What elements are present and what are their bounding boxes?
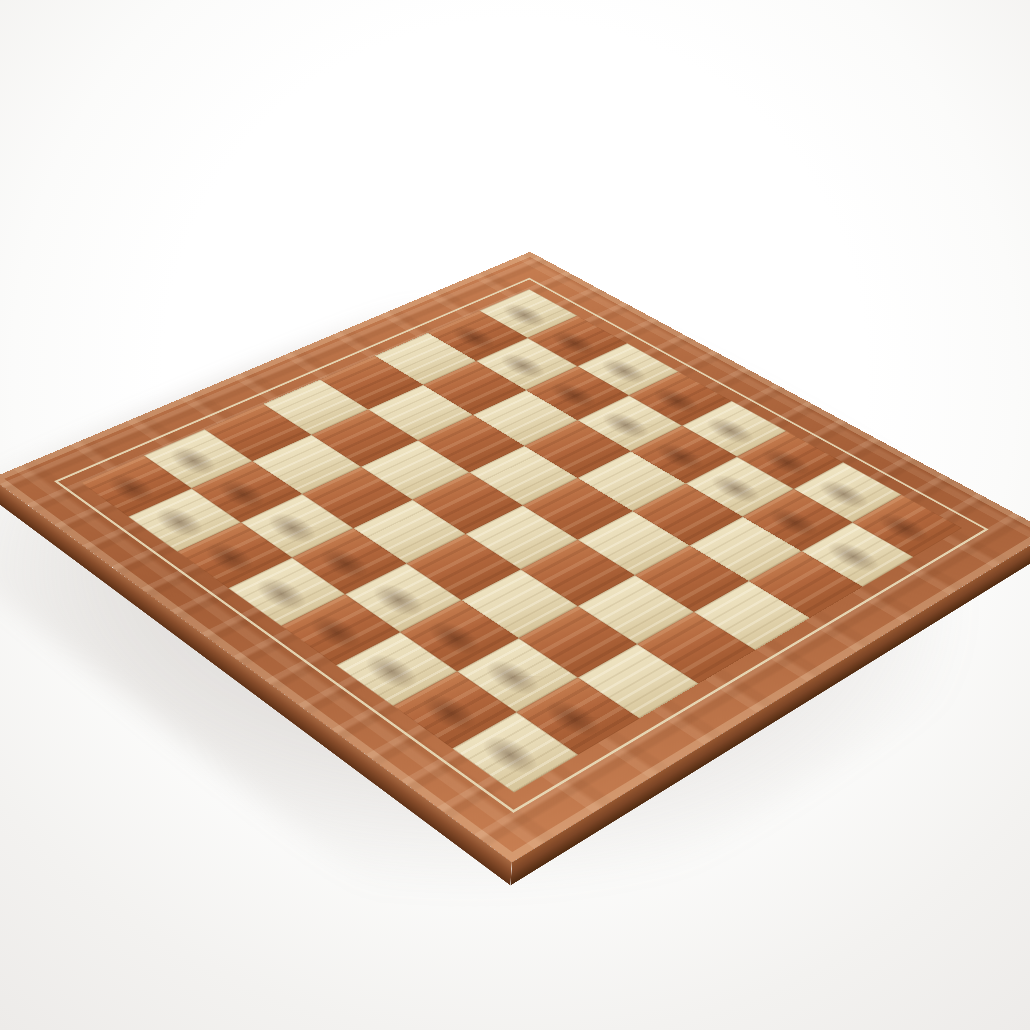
square-g5: [635, 545, 749, 612]
camera-tilt-wrapper: ♜♞♝♛♚♝♞♜♟♟♟♟♟♟♟♟♟♟♟♟♟♟♟♟♜♞♝♛♚♝♞♜: [0, 0, 1030, 1030]
square-g6: [690, 517, 802, 581]
square-d6: [524, 420, 630, 478]
photo-backdrop: ♜♞♝♛♚♝♞♜♟♟♟♟♟♟♟♟♟♟♟♟♟♟♟♟♜♞♝♛♚♝♞♜: [0, 0, 1030, 1030]
chess-board: ♜♞♝♛♚♝♞♜♟♟♟♟♟♟♟♟♟♟♟♟♟♟♟♟♜♞♝♛♚♝♞♜: [0, 252, 1030, 862]
board-frame: ♜♞♝♛♚♝♞♜♟♟♟♟♟♟♟♟♟♟♟♟♟♟♟♟♜♞♝♛♚♝♞♜: [0, 252, 1030, 862]
black-pawn-glyph: ♟: [813, 472, 897, 566]
square-h1: ♜: [452, 712, 578, 792]
perspective-scene: ♜♞♝♛♚♝♞♜♟♟♟♟♟♟♟♟♟♟♟♟♟♟♟♟♜♞♝♛♚♝♞♜: [0, 0, 1030, 1030]
white-rook-glyph: ♜: [448, 621, 577, 765]
